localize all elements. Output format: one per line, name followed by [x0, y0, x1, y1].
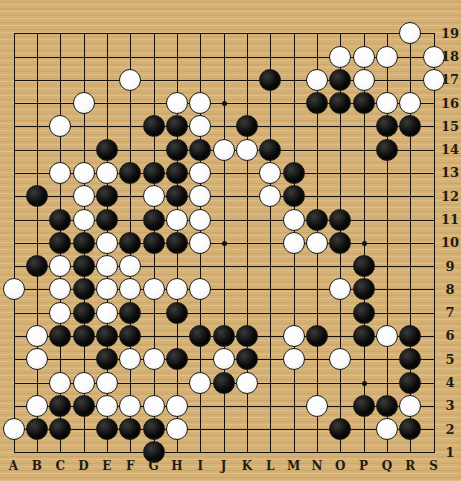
stone-white-E13[interactable]	[96, 162, 118, 184]
column-label-C: C	[50, 460, 70, 472]
stone-white-N17[interactable]	[306, 69, 328, 91]
stone-white-O5[interactable]	[329, 348, 351, 370]
stone-white-B5[interactable]	[26, 348, 48, 370]
stone-black-O17[interactable]	[329, 69, 351, 91]
stone-black-N11[interactable]	[306, 209, 328, 231]
row-label-18: 18	[437, 50, 461, 63]
stone-black-F13[interactable]	[119, 162, 141, 184]
stone-black-F6[interactable]	[119, 325, 141, 347]
stone-black-K6[interactable]	[236, 325, 258, 347]
stone-black-H7[interactable]	[166, 302, 188, 324]
row-label-8: 8	[437, 283, 461, 296]
stone-black-L17[interactable]	[259, 69, 281, 91]
row-label-12: 12	[437, 190, 461, 203]
stone-white-B3[interactable]	[26, 395, 48, 417]
stone-white-O18[interactable]	[329, 46, 351, 68]
grid-line-horizontal	[14, 429, 435, 430]
stone-white-F5[interactable]	[119, 348, 141, 370]
stone-white-G3[interactable]	[143, 395, 165, 417]
stone-black-D7[interactable]	[73, 302, 95, 324]
row-label-9: 9	[437, 260, 461, 273]
column-label-O: O	[330, 460, 350, 472]
stone-black-E11[interactable]	[96, 209, 118, 231]
stone-black-I6[interactable]	[189, 325, 211, 347]
stone-white-N10[interactable]	[306, 232, 328, 254]
row-label-5: 5	[437, 353, 461, 366]
stone-white-N3[interactable]	[306, 395, 328, 417]
stone-black-Q3[interactable]	[376, 395, 398, 417]
stone-black-P6[interactable]	[353, 325, 375, 347]
star-point-J10	[222, 241, 227, 246]
column-label-L: L	[260, 460, 280, 472]
stone-white-F8[interactable]	[119, 278, 141, 300]
row-label-16: 16	[437, 97, 461, 110]
stone-white-P18[interactable]	[353, 46, 375, 68]
stone-black-D10[interactable]	[73, 232, 95, 254]
stone-white-Q16[interactable]	[376, 92, 398, 114]
stone-black-P8[interactable]	[353, 278, 375, 300]
stone-black-B12[interactable]	[26, 185, 48, 207]
star-point-P10	[362, 241, 367, 246]
row-label-14: 14	[437, 143, 461, 156]
stone-black-E14[interactable]	[96, 139, 118, 161]
stone-white-M6[interactable]	[283, 325, 305, 347]
stone-white-G5[interactable]	[143, 348, 165, 370]
stone-black-J4[interactable]	[213, 372, 235, 394]
stone-black-F10[interactable]	[119, 232, 141, 254]
stone-black-H15[interactable]	[166, 115, 188, 137]
row-label-4: 4	[437, 376, 461, 389]
stone-black-C10[interactable]	[49, 232, 71, 254]
column-label-D: D	[74, 460, 94, 472]
stone-black-R4[interactable]	[399, 372, 421, 394]
stone-white-D16[interactable]	[73, 92, 95, 114]
grid-line-horizontal	[14, 452, 435, 453]
stone-white-J14[interactable]	[213, 139, 235, 161]
stone-black-R15[interactable]	[399, 115, 421, 137]
stone-black-R5[interactable]	[399, 348, 421, 370]
stone-black-N6[interactable]	[306, 325, 328, 347]
stone-black-P7[interactable]	[353, 302, 375, 324]
row-label-17: 17	[437, 73, 461, 86]
stone-black-H10[interactable]	[166, 232, 188, 254]
stone-black-O16[interactable]	[329, 92, 351, 114]
stone-black-D6[interactable]	[73, 325, 95, 347]
row-label-19: 19	[437, 27, 461, 40]
stone-black-O10[interactable]	[329, 232, 351, 254]
stone-white-D4[interactable]	[73, 372, 95, 394]
stone-black-G13[interactable]	[143, 162, 165, 184]
stone-black-P16[interactable]	[353, 92, 375, 114]
row-label-6: 6	[437, 329, 461, 342]
stone-black-G10[interactable]	[143, 232, 165, 254]
row-label-1: 1	[437, 446, 461, 459]
stone-white-R3[interactable]	[399, 395, 421, 417]
star-point-P4	[362, 381, 367, 386]
column-label-R: R	[400, 460, 420, 472]
stone-black-L14[interactable]	[259, 139, 281, 161]
stone-black-E6[interactable]	[96, 325, 118, 347]
stone-white-H8[interactable]	[166, 278, 188, 300]
stone-black-P9[interactable]	[353, 255, 375, 277]
stone-white-J5[interactable]	[213, 348, 235, 370]
stone-black-O11[interactable]	[329, 209, 351, 231]
stone-white-R16[interactable]	[399, 92, 421, 114]
stone-black-F2[interactable]	[119, 418, 141, 440]
stone-white-E10[interactable]	[96, 232, 118, 254]
column-label-A: A	[4, 460, 24, 472]
row-label-3: 3	[437, 399, 461, 412]
column-label-N: N	[307, 460, 327, 472]
column-label-J: J	[214, 460, 234, 472]
stone-white-Q18[interactable]	[376, 46, 398, 68]
stone-black-P3[interactable]	[353, 395, 375, 417]
stone-white-E9[interactable]	[96, 255, 118, 277]
row-label-7: 7	[437, 306, 461, 319]
stone-black-N16[interactable]	[306, 92, 328, 114]
stone-white-I4[interactable]	[189, 372, 211, 394]
column-label-M: M	[284, 460, 304, 472]
stone-black-D3[interactable]	[73, 395, 95, 417]
stone-white-K4[interactable]	[236, 372, 258, 394]
stone-black-I14[interactable]	[189, 139, 211, 161]
stone-black-E2[interactable]	[96, 418, 118, 440]
stone-white-D12[interactable]	[73, 185, 95, 207]
stone-white-C9[interactable]	[49, 255, 71, 277]
stone-black-C11[interactable]	[49, 209, 71, 231]
row-label-13: 13	[437, 166, 461, 179]
stone-white-P17[interactable]	[353, 69, 375, 91]
stone-black-E12[interactable]	[96, 185, 118, 207]
stone-black-E5[interactable]	[96, 348, 118, 370]
stone-black-R6[interactable]	[399, 325, 421, 347]
stone-black-M13[interactable]	[283, 162, 305, 184]
star-point-J16	[222, 101, 227, 106]
stone-white-M5[interactable]	[283, 348, 305, 370]
stone-black-G15[interactable]	[143, 115, 165, 137]
stone-black-H14[interactable]	[166, 139, 188, 161]
column-label-F: F	[120, 460, 140, 472]
column-label-S: S	[424, 460, 444, 472]
stone-white-M10[interactable]	[283, 232, 305, 254]
stone-white-C13[interactable]	[49, 162, 71, 184]
stone-white-A2[interactable]	[3, 418, 25, 440]
column-label-B: B	[27, 460, 47, 472]
row-label-15: 15	[437, 120, 461, 133]
stone-white-I12[interactable]	[189, 185, 211, 207]
stone-black-H13[interactable]	[166, 162, 188, 184]
column-label-Q: Q	[377, 460, 397, 472]
stone-black-G2[interactable]	[143, 418, 165, 440]
stone-white-R19[interactable]	[399, 22, 421, 44]
stone-white-Q6[interactable]	[376, 325, 398, 347]
stone-white-Q2[interactable]	[376, 418, 398, 440]
stone-white-G8[interactable]	[143, 278, 165, 300]
grid-line-vertical	[270, 33, 271, 453]
stone-black-B2[interactable]	[26, 418, 48, 440]
column-label-H: H	[167, 460, 187, 472]
stone-white-B6[interactable]	[26, 325, 48, 347]
stone-white-I10[interactable]	[189, 232, 211, 254]
stone-black-Q15[interactable]	[376, 115, 398, 137]
stone-black-Q14[interactable]	[376, 139, 398, 161]
stone-white-F9[interactable]	[119, 255, 141, 277]
grid-line-vertical	[434, 33, 435, 453]
stone-black-H5[interactable]	[166, 348, 188, 370]
stone-black-K15[interactable]	[236, 115, 258, 137]
column-label-K: K	[237, 460, 257, 472]
stone-black-M12[interactable]	[283, 185, 305, 207]
go-board[interactable]: 19181716151413121110987654321 ABCDEFGHIJ…	[0, 0, 461, 481]
stone-white-A8[interactable]	[3, 278, 25, 300]
stone-white-I13[interactable]	[189, 162, 211, 184]
stone-white-C4[interactable]	[49, 372, 71, 394]
stone-white-F17[interactable]	[119, 69, 141, 91]
stone-black-H12[interactable]	[166, 185, 188, 207]
stone-white-I16[interactable]	[189, 92, 211, 114]
stone-black-G11[interactable]	[143, 209, 165, 231]
stone-black-D9[interactable]	[73, 255, 95, 277]
stone-white-H3[interactable]	[166, 395, 188, 417]
column-label-P: P	[354, 460, 374, 472]
row-label-10: 10	[437, 236, 461, 249]
stone-black-J6[interactable]	[213, 325, 235, 347]
stone-white-D11[interactable]	[73, 209, 95, 231]
stone-white-H16[interactable]	[166, 92, 188, 114]
stone-white-I8[interactable]	[189, 278, 211, 300]
stone-white-E7[interactable]	[96, 302, 118, 324]
stone-black-C2[interactable]	[49, 418, 71, 440]
stone-white-I15[interactable]	[189, 115, 211, 137]
column-label-E: E	[97, 460, 117, 472]
stone-white-C7[interactable]	[49, 302, 71, 324]
stone-white-M11[interactable]	[283, 209, 305, 231]
row-label-2: 2	[437, 423, 461, 436]
stone-white-E4[interactable]	[96, 372, 118, 394]
column-label-I: I	[190, 460, 210, 472]
stone-black-D8[interactable]	[73, 278, 95, 300]
stone-white-C8[interactable]	[49, 278, 71, 300]
row-label-11: 11	[437, 213, 461, 226]
stone-black-R2[interactable]	[399, 418, 421, 440]
stone-white-O8[interactable]	[329, 278, 351, 300]
stone-black-C3[interactable]	[49, 395, 71, 417]
stone-black-C6[interactable]	[49, 325, 71, 347]
stone-black-O2[interactable]	[329, 418, 351, 440]
stone-white-L12[interactable]	[259, 185, 281, 207]
stone-black-B9[interactable]	[26, 255, 48, 277]
stone-white-E8[interactable]	[96, 278, 118, 300]
stone-white-I11[interactable]	[189, 209, 211, 231]
stone-white-D13[interactable]	[73, 162, 95, 184]
stone-white-G12[interactable]	[143, 185, 165, 207]
stone-white-C15[interactable]	[49, 115, 71, 137]
stone-black-K5[interactable]	[236, 348, 258, 370]
stone-white-E3[interactable]	[96, 395, 118, 417]
stone-white-H2[interactable]	[166, 418, 188, 440]
stone-white-K14[interactable]	[236, 139, 258, 161]
column-label-G: G	[144, 460, 164, 472]
stone-white-L13[interactable]	[259, 162, 281, 184]
stone-white-H11[interactable]	[166, 209, 188, 231]
stone-white-F3[interactable]	[119, 395, 141, 417]
stone-black-F7[interactable]	[119, 302, 141, 324]
